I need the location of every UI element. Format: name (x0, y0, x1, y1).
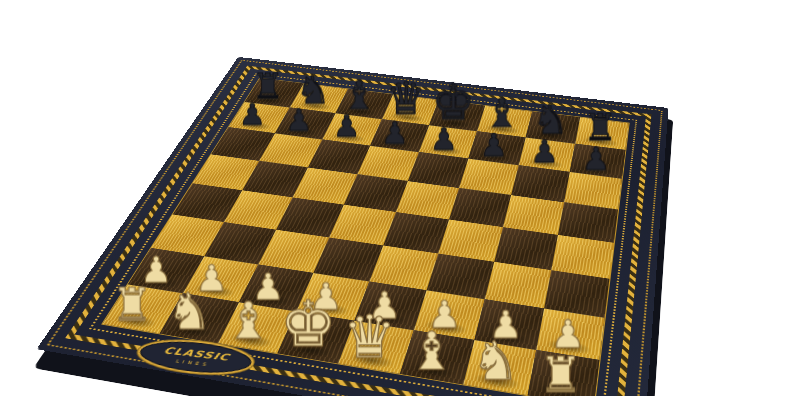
piece-white-rook[interactable]: ♜ (539, 351, 583, 396)
piece-black-pawn[interactable]: ♟ (480, 130, 508, 161)
piece-white-knight[interactable]: ♞ (472, 335, 520, 388)
chess-board: ♜♞♝♛♚♝♞♜♟♟♟♟♟♟♟♟♟♟♟♟♟♟♟♟♜♞♝♚♛♝♞♜ CLASSIC… (37, 57, 669, 396)
piece-white-knight[interactable]: ♞ (167, 287, 212, 337)
square-f5[interactable] (449, 188, 511, 227)
piece-white-bishop[interactable]: ♝ (225, 296, 271, 347)
square-f1[interactable]: ♝ (400, 330, 474, 384)
piece-white-king[interactable]: ♚ (280, 294, 337, 357)
board-border: ♜♞♝♛♚♝♞♜♟♟♟♟♟♟♟♟♟♟♟♟♟♟♟♟♜♞♝♚♛♝♞♜ CLASSIC… (37, 57, 669, 396)
piece-black-pawn[interactable]: ♟ (286, 105, 313, 135)
piece-black-pawn[interactable]: ♟ (430, 124, 458, 155)
piece-black-pawn[interactable]: ♟ (381, 118, 408, 149)
square-d7[interactable]: ♟ (370, 119, 429, 152)
piece-black-pawn[interactable]: ♟ (333, 111, 360, 141)
piece-white-queen[interactable]: ♛ (343, 308, 396, 367)
square-g5[interactable] (503, 195, 564, 235)
square-f6[interactable] (459, 159, 519, 195)
piece-black-pawn[interactable]: ♟ (530, 136, 558, 167)
piece-white-bishop[interactable]: ♝ (408, 325, 455, 377)
product-photo-canvas: ♜♞♝♛♚♝♞♜♟♟♟♟♟♟♟♟♟♟♟♟♟♟♟♟♜♞♝♚♛♝♞♜ CLASSIC… (0, 0, 800, 396)
square-g1[interactable]: ♞ (463, 340, 536, 395)
piece-white-rook[interactable]: ♜ (111, 282, 152, 327)
piece-black-pawn[interactable]: ♟ (582, 143, 610, 175)
piece-black-pawn[interactable]: ♟ (239, 100, 266, 130)
square-h1[interactable]: ♜ (528, 350, 600, 396)
